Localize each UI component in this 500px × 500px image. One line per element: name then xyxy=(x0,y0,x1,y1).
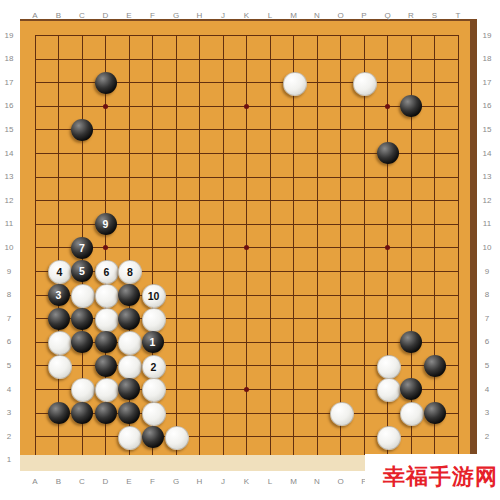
intersection-E16[interactable] xyxy=(117,94,141,118)
intersection-N9[interactable] xyxy=(305,260,329,284)
intersection-T9[interactable] xyxy=(446,260,470,284)
intersection-G12[interactable] xyxy=(164,189,188,213)
intersection-C11[interactable] xyxy=(70,212,94,236)
intersection-B2[interactable] xyxy=(47,425,71,449)
intersection-N3[interactable] xyxy=(305,401,329,425)
intersection-R6[interactable] xyxy=(399,330,423,354)
intersection-F8[interactable]: 10 xyxy=(141,283,165,307)
intersection-D4[interactable] xyxy=(94,378,118,402)
intersection-B3[interactable] xyxy=(47,401,71,425)
intersection-T6[interactable] xyxy=(446,330,470,354)
intersection-P4[interactable] xyxy=(352,378,376,402)
intersection-A8[interactable] xyxy=(23,283,47,307)
intersection-E19[interactable] xyxy=(117,24,141,48)
intersection-K10[interactable] xyxy=(235,236,259,260)
intersection-E5[interactable] xyxy=(117,354,141,378)
intersection-L3[interactable] xyxy=(258,401,282,425)
intersection-C14[interactable] xyxy=(70,142,94,166)
intersection-P6[interactable] xyxy=(352,330,376,354)
intersection-J3[interactable] xyxy=(211,401,235,425)
intersection-M16[interactable] xyxy=(282,94,306,118)
intersection-B15[interactable] xyxy=(47,118,71,142)
intersection-J4[interactable] xyxy=(211,378,235,402)
intersection-M3[interactable] xyxy=(282,401,306,425)
intersection-H18[interactable] xyxy=(188,47,212,71)
intersection-M13[interactable] xyxy=(282,165,306,189)
intersection-J8[interactable] xyxy=(211,283,235,307)
intersection-M2[interactable] xyxy=(282,425,306,449)
intersection-L19[interactable] xyxy=(258,24,282,48)
intersection-C9[interactable]: 5 xyxy=(70,260,94,284)
intersection-R7[interactable] xyxy=(399,307,423,331)
intersection-B4[interactable] xyxy=(47,378,71,402)
intersection-E17[interactable] xyxy=(117,71,141,95)
intersection-H6[interactable] xyxy=(188,330,212,354)
intersection-L16[interactable] xyxy=(258,94,282,118)
intersection-O9[interactable] xyxy=(329,260,353,284)
intersection-E13[interactable] xyxy=(117,165,141,189)
intersection-G4[interactable] xyxy=(164,378,188,402)
intersection-F7[interactable] xyxy=(141,307,165,331)
intersection-D11[interactable]: 9 xyxy=(94,212,118,236)
intersection-E2[interactable] xyxy=(117,425,141,449)
intersection-J14[interactable] xyxy=(211,142,235,166)
intersection-B12[interactable] xyxy=(47,189,71,213)
intersection-C10[interactable]: 7 xyxy=(70,236,94,260)
intersection-J15[interactable] xyxy=(211,118,235,142)
intersection-N17[interactable] xyxy=(305,71,329,95)
intersection-H10[interactable] xyxy=(188,236,212,260)
intersection-F14[interactable] xyxy=(141,142,165,166)
intersection-M10[interactable] xyxy=(282,236,306,260)
intersection-M8[interactable] xyxy=(282,283,306,307)
intersection-B7[interactable] xyxy=(47,307,71,331)
intersection-K6[interactable] xyxy=(235,330,259,354)
intersection-K5[interactable] xyxy=(235,354,259,378)
intersection-F17[interactable] xyxy=(141,71,165,95)
intersection-O15[interactable] xyxy=(329,118,353,142)
intersection-F6[interactable]: 1 xyxy=(141,330,165,354)
intersection-N16[interactable] xyxy=(305,94,329,118)
intersection-P2[interactable] xyxy=(352,425,376,449)
intersection-L14[interactable] xyxy=(258,142,282,166)
intersection-N8[interactable] xyxy=(305,283,329,307)
intersection-B9[interactable]: 4 xyxy=(47,260,71,284)
intersection-R16[interactable] xyxy=(399,94,423,118)
intersection-L12[interactable] xyxy=(258,189,282,213)
intersection-A9[interactable] xyxy=(23,260,47,284)
intersection-S15[interactable] xyxy=(423,118,447,142)
intersection-E4[interactable] xyxy=(117,378,141,402)
intersection-F5[interactable]: 2 xyxy=(141,354,165,378)
intersection-C7[interactable] xyxy=(70,307,94,331)
intersection-O11[interactable] xyxy=(329,212,353,236)
intersection-C4[interactable] xyxy=(70,378,94,402)
intersection-L13[interactable] xyxy=(258,165,282,189)
intersection-Q5[interactable] xyxy=(376,354,400,378)
intersection-E8[interactable] xyxy=(117,283,141,307)
intersection-P5[interactable] xyxy=(352,354,376,378)
intersection-G2[interactable] xyxy=(164,425,188,449)
intersection-G16[interactable] xyxy=(164,94,188,118)
intersection-N15[interactable] xyxy=(305,118,329,142)
intersection-R9[interactable] xyxy=(399,260,423,284)
intersection-C2[interactable] xyxy=(70,425,94,449)
intersection-B13[interactable] xyxy=(47,165,71,189)
intersection-O3[interactable] xyxy=(329,401,353,425)
intersection-B8[interactable]: 3 xyxy=(47,283,71,307)
intersection-P13[interactable] xyxy=(352,165,376,189)
intersection-A13[interactable] xyxy=(23,165,47,189)
intersection-E6[interactable] xyxy=(117,330,141,354)
intersection-R3[interactable] xyxy=(399,401,423,425)
intersection-E11[interactable] xyxy=(117,212,141,236)
intersection-L9[interactable] xyxy=(258,260,282,284)
intersection-H16[interactable] xyxy=(188,94,212,118)
intersection-G13[interactable] xyxy=(164,165,188,189)
intersection-D15[interactable] xyxy=(94,118,118,142)
intersection-A3[interactable] xyxy=(23,401,47,425)
intersection-J2[interactable] xyxy=(211,425,235,449)
intersection-N2[interactable] xyxy=(305,425,329,449)
intersection-D16[interactable] xyxy=(94,94,118,118)
intersection-S13[interactable] xyxy=(423,165,447,189)
intersection-Q11[interactable] xyxy=(376,212,400,236)
intersection-E7[interactable] xyxy=(117,307,141,331)
intersection-F19[interactable] xyxy=(141,24,165,48)
intersection-C15[interactable] xyxy=(70,118,94,142)
intersection-M12[interactable] xyxy=(282,189,306,213)
intersection-M11[interactable] xyxy=(282,212,306,236)
intersection-G5[interactable] xyxy=(164,354,188,378)
intersection-Q16[interactable] xyxy=(376,94,400,118)
intersection-H7[interactable] xyxy=(188,307,212,331)
intersection-D2[interactable] xyxy=(94,425,118,449)
intersection-G18[interactable] xyxy=(164,47,188,71)
intersection-O18[interactable] xyxy=(329,47,353,71)
intersection-A5[interactable] xyxy=(23,354,47,378)
intersection-N11[interactable] xyxy=(305,212,329,236)
intersection-R17[interactable] xyxy=(399,71,423,95)
intersection-Q2[interactable] xyxy=(376,425,400,449)
intersection-K15[interactable] xyxy=(235,118,259,142)
intersection-T17[interactable] xyxy=(446,71,470,95)
intersection-T11[interactable] xyxy=(446,212,470,236)
intersection-L15[interactable] xyxy=(258,118,282,142)
intersection-N5[interactable] xyxy=(305,354,329,378)
intersection-K2[interactable] xyxy=(235,425,259,449)
intersection-A11[interactable] xyxy=(23,212,47,236)
intersection-Q19[interactable] xyxy=(376,24,400,48)
intersection-P14[interactable] xyxy=(352,142,376,166)
intersection-F9[interactable] xyxy=(141,260,165,284)
intersection-C17[interactable] xyxy=(70,71,94,95)
intersection-H15[interactable] xyxy=(188,118,212,142)
intersection-S2[interactable] xyxy=(423,425,447,449)
intersection-L5[interactable] xyxy=(258,354,282,378)
intersection-F2[interactable] xyxy=(141,425,165,449)
intersection-T3[interactable] xyxy=(446,401,470,425)
intersection-J18[interactable] xyxy=(211,47,235,71)
intersection-M17[interactable] xyxy=(282,71,306,95)
intersection-F18[interactable] xyxy=(141,47,165,71)
intersection-F16[interactable] xyxy=(141,94,165,118)
intersection-S3[interactable] xyxy=(423,401,447,425)
intersection-R13[interactable] xyxy=(399,165,423,189)
intersection-T2[interactable] xyxy=(446,425,470,449)
intersection-R15[interactable] xyxy=(399,118,423,142)
intersection-H12[interactable] xyxy=(188,189,212,213)
intersection-R18[interactable] xyxy=(399,47,423,71)
intersection-H11[interactable] xyxy=(188,212,212,236)
intersection-Q15[interactable] xyxy=(376,118,400,142)
intersection-T8[interactable] xyxy=(446,283,470,307)
intersection-B18[interactable] xyxy=(47,47,71,71)
intersection-T18[interactable] xyxy=(446,47,470,71)
intersection-O6[interactable] xyxy=(329,330,353,354)
intersection-N12[interactable] xyxy=(305,189,329,213)
intersection-A4[interactable] xyxy=(23,378,47,402)
intersection-O4[interactable] xyxy=(329,378,353,402)
intersection-G14[interactable] xyxy=(164,142,188,166)
intersection-B5[interactable] xyxy=(47,354,71,378)
intersection-S18[interactable] xyxy=(423,47,447,71)
intersection-A14[interactable] xyxy=(23,142,47,166)
intersection-E15[interactable] xyxy=(117,118,141,142)
intersection-E14[interactable] xyxy=(117,142,141,166)
intersection-R10[interactable] xyxy=(399,236,423,260)
intersection-H9[interactable] xyxy=(188,260,212,284)
intersection-Q12[interactable] xyxy=(376,189,400,213)
intersection-C13[interactable] xyxy=(70,165,94,189)
intersection-J10[interactable] xyxy=(211,236,235,260)
intersection-P7[interactable] xyxy=(352,307,376,331)
intersection-J5[interactable] xyxy=(211,354,235,378)
intersection-N19[interactable] xyxy=(305,24,329,48)
intersection-O2[interactable] xyxy=(329,425,353,449)
intersection-K3[interactable] xyxy=(235,401,259,425)
intersection-M18[interactable] xyxy=(282,47,306,71)
intersection-K17[interactable] xyxy=(235,71,259,95)
intersection-Q14[interactable] xyxy=(376,142,400,166)
intersection-B19[interactable] xyxy=(47,24,71,48)
intersection-R19[interactable] xyxy=(399,24,423,48)
intersection-R12[interactable] xyxy=(399,189,423,213)
intersection-L8[interactable] xyxy=(258,283,282,307)
intersection-A19[interactable] xyxy=(23,24,47,48)
intersection-M9[interactable] xyxy=(282,260,306,284)
intersection-B11[interactable] xyxy=(47,212,71,236)
intersection-J11[interactable] xyxy=(211,212,235,236)
intersection-S14[interactable] xyxy=(423,142,447,166)
intersection-L7[interactable] xyxy=(258,307,282,331)
intersection-K13[interactable] xyxy=(235,165,259,189)
intersection-P17[interactable] xyxy=(352,71,376,95)
intersection-B10[interactable] xyxy=(47,236,71,260)
intersection-R14[interactable] xyxy=(399,142,423,166)
intersection-D10[interactable] xyxy=(94,236,118,260)
intersection-E10[interactable] xyxy=(117,236,141,260)
intersection-F13[interactable] xyxy=(141,165,165,189)
intersection-H3[interactable] xyxy=(188,401,212,425)
intersection-P18[interactable] xyxy=(352,47,376,71)
intersection-S10[interactable] xyxy=(423,236,447,260)
intersection-N4[interactable] xyxy=(305,378,329,402)
intersection-R8[interactable] xyxy=(399,283,423,307)
intersection-G8[interactable] xyxy=(164,283,188,307)
intersection-Q6[interactable] xyxy=(376,330,400,354)
intersection-P11[interactable] xyxy=(352,212,376,236)
intersection-P15[interactable] xyxy=(352,118,376,142)
intersection-O19[interactable] xyxy=(329,24,353,48)
intersection-R5[interactable] xyxy=(399,354,423,378)
intersection-F3[interactable] xyxy=(141,401,165,425)
intersection-K19[interactable] xyxy=(235,24,259,48)
intersection-R4[interactable] xyxy=(399,378,423,402)
intersection-O7[interactable] xyxy=(329,307,353,331)
intersection-G9[interactable] xyxy=(164,260,188,284)
intersection-T7[interactable] xyxy=(446,307,470,331)
intersection-F10[interactable] xyxy=(141,236,165,260)
intersection-Q17[interactable] xyxy=(376,71,400,95)
intersection-G17[interactable] xyxy=(164,71,188,95)
intersection-J7[interactable] xyxy=(211,307,235,331)
intersection-D14[interactable] xyxy=(94,142,118,166)
intersection-P10[interactable] xyxy=(352,236,376,260)
intersection-O14[interactable] xyxy=(329,142,353,166)
intersection-D7[interactable] xyxy=(94,307,118,331)
intersection-K9[interactable] xyxy=(235,260,259,284)
intersection-Q7[interactable] xyxy=(376,307,400,331)
intersection-A12[interactable] xyxy=(23,189,47,213)
intersection-H17[interactable] xyxy=(188,71,212,95)
intersection-A10[interactable] xyxy=(23,236,47,260)
intersection-L4[interactable] xyxy=(258,378,282,402)
intersection-K4[interactable] xyxy=(235,378,259,402)
intersection-Q3[interactable] xyxy=(376,401,400,425)
intersection-G7[interactable] xyxy=(164,307,188,331)
intersection-N6[interactable] xyxy=(305,330,329,354)
intersection-T4[interactable] xyxy=(446,378,470,402)
intersection-D12[interactable] xyxy=(94,189,118,213)
intersection-M4[interactable] xyxy=(282,378,306,402)
intersection-T15[interactable] xyxy=(446,118,470,142)
intersection-J9[interactable] xyxy=(211,260,235,284)
intersection-M14[interactable] xyxy=(282,142,306,166)
intersection-H5[interactable] xyxy=(188,354,212,378)
intersection-K12[interactable] xyxy=(235,189,259,213)
intersection-C16[interactable] xyxy=(70,94,94,118)
intersection-D6[interactable] xyxy=(94,330,118,354)
intersection-L11[interactable] xyxy=(258,212,282,236)
intersection-F15[interactable] xyxy=(141,118,165,142)
intersection-S5[interactable] xyxy=(423,354,447,378)
intersection-H14[interactable] xyxy=(188,142,212,166)
intersection-T12[interactable] xyxy=(446,189,470,213)
intersection-S11[interactable] xyxy=(423,212,447,236)
intersection-E12[interactable] xyxy=(117,189,141,213)
intersection-C5[interactable] xyxy=(70,354,94,378)
intersection-C6[interactable] xyxy=(70,330,94,354)
intersection-J13[interactable] xyxy=(211,165,235,189)
intersection-A7[interactable] xyxy=(23,307,47,331)
intersection-M5[interactable] xyxy=(282,354,306,378)
intersection-J19[interactable] xyxy=(211,24,235,48)
intersection-E18[interactable] xyxy=(117,47,141,71)
intersection-Q13[interactable] xyxy=(376,165,400,189)
intersection-J16[interactable] xyxy=(211,94,235,118)
intersection-F4[interactable] xyxy=(141,378,165,402)
intersection-C12[interactable] xyxy=(70,189,94,213)
intersection-L10[interactable] xyxy=(258,236,282,260)
intersection-G10[interactable] xyxy=(164,236,188,260)
intersection-O17[interactable] xyxy=(329,71,353,95)
intersection-S17[interactable] xyxy=(423,71,447,95)
intersection-J6[interactable] xyxy=(211,330,235,354)
intersection-M19[interactable] xyxy=(282,24,306,48)
intersection-A6[interactable] xyxy=(23,330,47,354)
intersection-A2[interactable] xyxy=(23,425,47,449)
intersection-O13[interactable] xyxy=(329,165,353,189)
intersection-S6[interactable] xyxy=(423,330,447,354)
intersection-H2[interactable] xyxy=(188,425,212,449)
intersection-O5[interactable] xyxy=(329,354,353,378)
intersection-H4[interactable] xyxy=(188,378,212,402)
intersection-D9[interactable]: 6 xyxy=(94,260,118,284)
intersection-T16[interactable] xyxy=(446,94,470,118)
intersection-K14[interactable] xyxy=(235,142,259,166)
intersection-D8[interactable] xyxy=(94,283,118,307)
intersection-G19[interactable] xyxy=(164,24,188,48)
intersection-K18[interactable] xyxy=(235,47,259,71)
intersection-C18[interactable] xyxy=(70,47,94,71)
intersection-S8[interactable] xyxy=(423,283,447,307)
intersection-P19[interactable] xyxy=(352,24,376,48)
intersection-E3[interactable] xyxy=(117,401,141,425)
intersection-F11[interactable] xyxy=(141,212,165,236)
intersection-S4[interactable] xyxy=(423,378,447,402)
intersection-N7[interactable] xyxy=(305,307,329,331)
intersection-P12[interactable] xyxy=(352,189,376,213)
intersection-P9[interactable] xyxy=(352,260,376,284)
intersection-O16[interactable] xyxy=(329,94,353,118)
intersection-P16[interactable] xyxy=(352,94,376,118)
intersection-D5[interactable] xyxy=(94,354,118,378)
intersection-H8[interactable] xyxy=(188,283,212,307)
intersection-G15[interactable] xyxy=(164,118,188,142)
intersection-B17[interactable] xyxy=(47,71,71,95)
intersection-H13[interactable] xyxy=(188,165,212,189)
intersection-Q4[interactable] xyxy=(376,378,400,402)
intersection-G11[interactable] xyxy=(164,212,188,236)
intersection-L6[interactable] xyxy=(258,330,282,354)
intersection-Q9[interactable] xyxy=(376,260,400,284)
intersection-E9[interactable]: 8 xyxy=(117,260,141,284)
intersection-B14[interactable] xyxy=(47,142,71,166)
intersection-F12[interactable] xyxy=(141,189,165,213)
intersection-K8[interactable] xyxy=(235,283,259,307)
intersection-N18[interactable] xyxy=(305,47,329,71)
intersection-L17[interactable] xyxy=(258,71,282,95)
intersection-N14[interactable] xyxy=(305,142,329,166)
intersection-S9[interactable] xyxy=(423,260,447,284)
intersection-M6[interactable] xyxy=(282,330,306,354)
intersection-A17[interactable] xyxy=(23,71,47,95)
intersection-L2[interactable] xyxy=(258,425,282,449)
intersection-R11[interactable] xyxy=(399,212,423,236)
intersection-T19[interactable] xyxy=(446,24,470,48)
intersection-B16[interactable] xyxy=(47,94,71,118)
